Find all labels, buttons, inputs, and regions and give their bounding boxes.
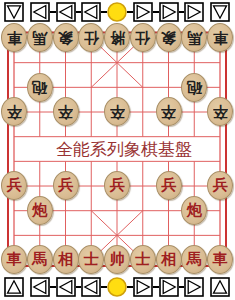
piece-glyph: 士	[135, 252, 150, 267]
piece-glyph: 帅	[110, 252, 125, 267]
piece-red-soldier[interactable]: 兵	[53, 171, 79, 200]
piece-black-soldier[interactable]: 卒	[1, 97, 27, 126]
piece-black-soldier[interactable]: 卒	[207, 97, 233, 126]
piece-glyph: 車	[213, 252, 228, 267]
piece-glyph: 相	[161, 252, 176, 267]
piece-glyph: 馬	[32, 30, 47, 45]
triangle-up-icon[interactable]	[210, 277, 230, 297]
piece-black-horse[interactable]: 馬	[27, 23, 53, 52]
piece-black-chariot[interactable]: 車	[207, 23, 233, 52]
piece-glyph: 馬	[32, 252, 47, 267]
step-back-icon[interactable]	[30, 277, 50, 297]
step-forward-icon[interactable]	[133, 277, 153, 297]
step-forward-icon[interactable]	[159, 277, 179, 297]
piece-black-cannon[interactable]: 砲	[181, 73, 207, 102]
piece-glyph: 士	[84, 252, 99, 267]
piece-black-advisor[interactable]: 仕	[130, 23, 156, 52]
piece-black-soldier[interactable]: 卒	[156, 97, 182, 126]
piece-red-chariot[interactable]: 車	[1, 245, 27, 274]
piece-black-soldier[interactable]: 卒	[104, 97, 130, 126]
step-forward-icon[interactable]	[184, 277, 204, 297]
piece-red-soldier[interactable]: 兵	[156, 171, 182, 200]
current-position-marker-icon[interactable]	[107, 277, 127, 297]
piece-glyph: 馬	[187, 30, 202, 45]
piece-glyph: 象	[58, 30, 73, 45]
piece-glyph: 炮	[187, 203, 202, 218]
bottom-controls	[0, 277, 235, 300]
piece-glyph: 車	[213, 30, 228, 45]
piece-red-cannon[interactable]: 炮	[27, 196, 53, 225]
piece-black-elephant[interactable]: 象	[156, 23, 182, 52]
piece-red-horse[interactable]: 馬	[27, 245, 53, 274]
piece-black-cannon[interactable]: 砲	[27, 73, 53, 102]
piece-black-advisor[interactable]: 仕	[78, 23, 104, 52]
piece-glyph: 馬	[187, 252, 202, 267]
piece-glyph: 砲	[32, 80, 47, 95]
piece-glyph: 炮	[32, 203, 47, 218]
board[interactable]: 車馬象仕將仕象馬車砲砲卒卒卒卒卒兵兵兵兵兵炮炮車馬相士帅士相馬車	[1, 26, 233, 273]
piece-glyph: 兵	[110, 178, 125, 193]
step-back-icon[interactable]	[56, 277, 76, 297]
piece-red-advisor[interactable]: 士	[78, 245, 104, 274]
piece-glyph: 仕	[84, 30, 99, 45]
piece-glyph: 兵	[213, 178, 228, 193]
piece-black-elephant[interactable]: 象	[53, 23, 79, 52]
piece-red-advisor[interactable]: 士	[130, 245, 156, 274]
piece-glyph: 兵	[58, 178, 73, 193]
piece-glyph: 卒	[58, 104, 73, 119]
piece-red-cannon[interactable]: 炮	[181, 196, 207, 225]
step-back-icon[interactable]	[81, 277, 101, 297]
piece-red-horse[interactable]: 馬	[181, 245, 207, 274]
piece-glyph: 兵	[7, 178, 22, 193]
piece-red-elephant[interactable]: 相	[53, 245, 79, 274]
piece-black-general[interactable]: 將	[104, 23, 130, 52]
piece-red-chariot[interactable]: 車	[207, 245, 233, 274]
triangle-up-icon[interactable]	[4, 277, 24, 297]
piece-glyph: 卒	[110, 104, 125, 119]
piece-glyph: 卒	[7, 104, 22, 119]
xiangqi-widget: 全能系列象棋基盤 車馬象仕將仕象馬車砲砲卒卒卒卒卒兵兵兵兵兵炮炮車馬相士帅士相馬…	[0, 0, 235, 300]
piece-glyph: 相	[58, 252, 73, 267]
piece-black-soldier[interactable]: 卒	[53, 97, 79, 126]
piece-red-soldier[interactable]: 兵	[207, 171, 233, 200]
piece-glyph: 砲	[187, 80, 202, 95]
piece-glyph: 卒	[213, 104, 228, 119]
piece-glyph: 仕	[135, 30, 150, 45]
piece-glyph: 象	[161, 30, 176, 45]
piece-red-elephant[interactable]: 相	[156, 245, 182, 274]
piece-black-horse[interactable]: 馬	[181, 23, 207, 52]
piece-red-soldier[interactable]: 兵	[104, 171, 130, 200]
piece-black-chariot[interactable]: 車	[1, 23, 27, 52]
piece-glyph: 將	[110, 30, 125, 45]
piece-glyph: 車	[7, 252, 22, 267]
piece-glyph: 卒	[161, 104, 176, 119]
piece-glyph: 車	[7, 30, 22, 45]
piece-red-soldier[interactable]: 兵	[1, 171, 27, 200]
piece-glyph: 兵	[161, 178, 176, 193]
piece-red-general[interactable]: 帅	[104, 245, 130, 274]
